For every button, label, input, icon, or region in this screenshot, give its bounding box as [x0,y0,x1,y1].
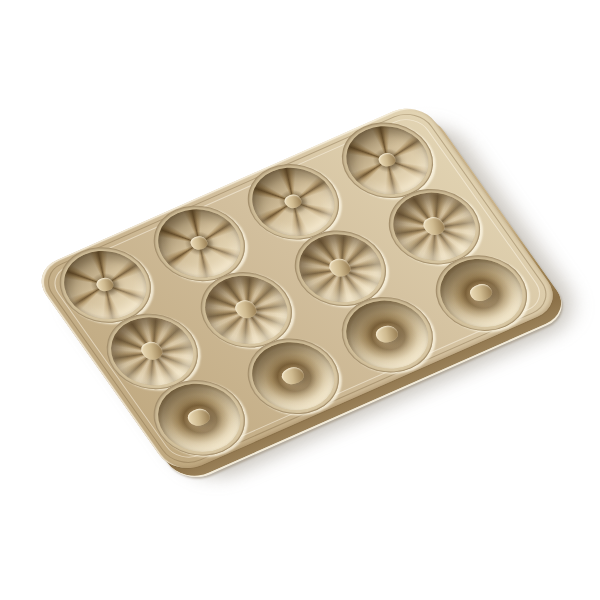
cavity-grid [30,100,420,272]
baking-pan [30,100,565,477]
product-photo-stage [0,0,600,600]
pan-perspective-group [30,100,565,477]
